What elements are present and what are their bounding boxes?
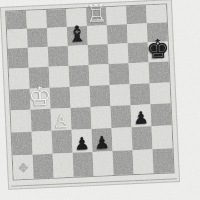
square-r4c3 [49, 66, 70, 88]
square-r5c4 [70, 86, 91, 108]
square-r6c6 [111, 105, 132, 128]
square-r6c7: ♟ [131, 104, 152, 127]
square-r7c5: ♟ [92, 128, 113, 152]
square-r4c1 [9, 68, 30, 90]
square-r3c1 [8, 48, 29, 69]
square-r2c2 [27, 28, 48, 48]
black-pawn: ♟ [94, 134, 110, 152]
square-r5c8 [150, 82, 171, 104]
square-r2c8 [147, 22, 168, 42]
square-r6c3: ♙ [51, 108, 72, 131]
square-r2c5 [87, 25, 108, 45]
square-r8c6 [113, 150, 134, 175]
square-r2c4: ♝ [67, 26, 88, 46]
square-r1c2 [26, 10, 47, 29]
square-r6c1 [11, 110, 32, 133]
square-r7c3 [52, 130, 73, 154]
white-rook: ♖ [85, 1, 108, 26]
square-r1c3 [46, 9, 67, 28]
maker-emblem-icon: ✥ [18, 162, 29, 174]
photo-scene: ♖♝♚♔♙♟♟♟✥ [0, 0, 200, 200]
square-r3c5 [88, 44, 109, 65]
black-pawn: ♟ [74, 135, 90, 153]
square-r8c1: ✥ [13, 155, 34, 180]
square-r8c7 [133, 149, 154, 174]
square-r1c5: ♖ [86, 7, 107, 26]
square-r1c1 [6, 11, 27, 30]
square-r7c7 [132, 126, 153, 150]
board-grid: ♖♝♚♔♙♟♟♟✥ [5, 3, 175, 180]
square-r7c8 [152, 125, 173, 149]
square-r5c5 [90, 85, 111, 107]
square-r5c3 [50, 87, 71, 109]
square-r8c3 [53, 153, 74, 178]
square-r4c4 [69, 65, 90, 87]
square-r8c4 [73, 152, 94, 177]
chess-board: ♖♝♚♔♙♟♟♟✥ [0, 0, 180, 190]
square-r4c5 [89, 64, 110, 86]
square-r7c4: ♟ [72, 129, 93, 153]
black-bishop: ♝ [67, 23, 88, 46]
black-pawn: ♟ [133, 109, 149, 127]
square-r3c6 [108, 43, 129, 64]
square-r6c4 [71, 107, 92, 130]
square-r8c2 [33, 154, 54, 179]
square-r1c6 [106, 6, 127, 25]
square-r3c4 [68, 45, 89, 66]
square-r4c6 [109, 63, 130, 85]
white-pawn: ♙ [53, 112, 70, 131]
square-r2c7 [127, 23, 148, 43]
square-r4c8 [149, 61, 170, 83]
square-r2c1 [7, 29, 28, 49]
square-r6c5 [91, 106, 112, 129]
square-r7c6 [112, 127, 133, 151]
square-r4c7 [129, 62, 150, 84]
square-r3c3 [48, 46, 69, 67]
square-r1c7 [126, 5, 147, 24]
square-r8c5 [93, 151, 114, 176]
square-r3c8: ♚ [148, 41, 169, 62]
square-r4c2 [29, 67, 50, 89]
square-r2c3 [47, 27, 68, 47]
square-r5c2: ♔ [30, 88, 51, 110]
square-r5c1 [10, 89, 31, 111]
square-r7c1 [12, 132, 33, 156]
square-r2c6 [107, 24, 128, 44]
square-r3c7 [128, 42, 149, 63]
square-r1c8 [146, 4, 167, 23]
square-r5c7 [130, 83, 151, 105]
square-r3c2 [28, 47, 49, 68]
square-r1c4 [66, 8, 87, 27]
square-r6c8 [151, 103, 172, 126]
square-r6c2 [31, 109, 52, 132]
square-r7c2 [32, 131, 53, 155]
square-r5c6 [110, 84, 131, 106]
square-r8c8 [153, 148, 174, 173]
